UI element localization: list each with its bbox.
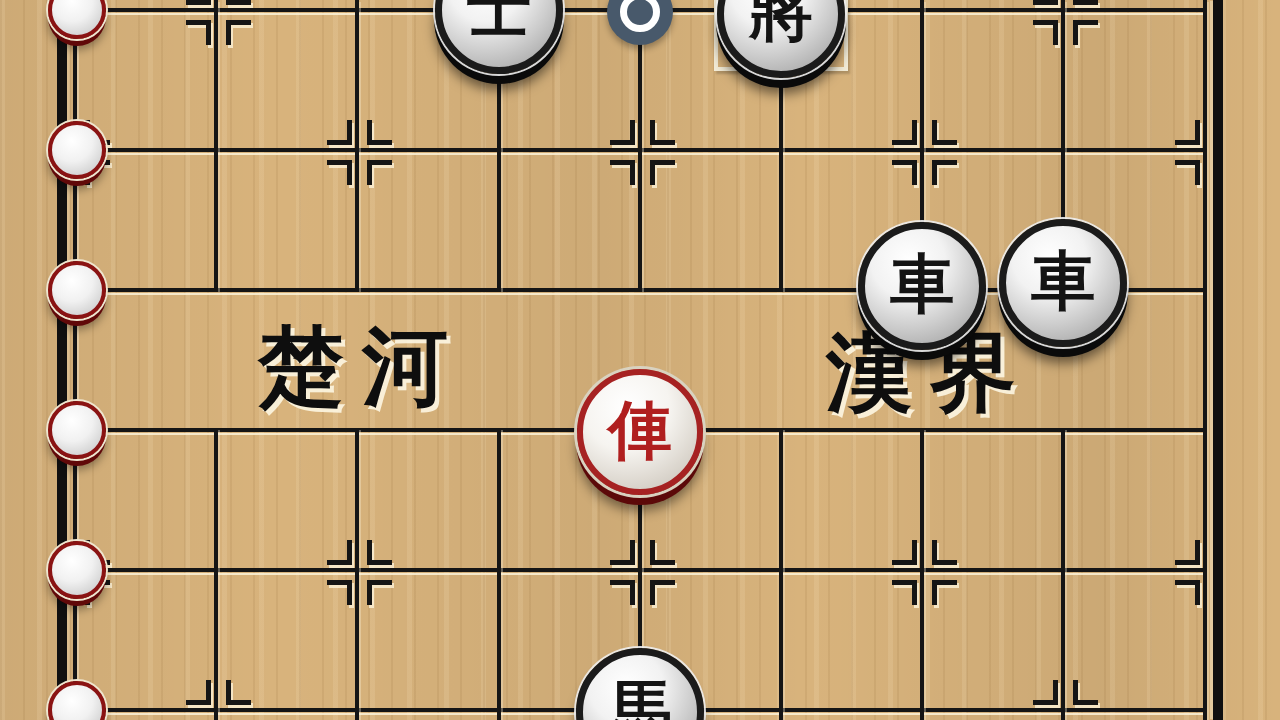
- star-point-arm: [1175, 580, 1200, 605]
- decorative-bead: [48, 261, 106, 319]
- piece-character: 馬: [608, 678, 672, 720]
- star-point-arm: [892, 580, 917, 605]
- star-point-arm: [650, 580, 675, 605]
- move-indicator-dot[interactable]: [607, 0, 673, 45]
- decorative-bead: [48, 121, 106, 179]
- piece-black-chariot[interactable]: 車: [999, 219, 1127, 347]
- star-point-arm: [892, 160, 917, 185]
- piece-red-chariot[interactable]: 俥: [577, 369, 703, 495]
- star-point-arm: [610, 160, 635, 185]
- star-point-arm: [367, 120, 392, 145]
- star-point-arm: [932, 580, 957, 605]
- file-line: [355, 0, 359, 292]
- piece-character: 將: [749, 0, 813, 44]
- decorative-bead: [48, 401, 106, 459]
- star-point-arm: [892, 540, 917, 565]
- star-point-arm: [650, 160, 675, 185]
- file-line: [214, 428, 218, 720]
- river-label-chu-he: 楚河: [258, 323, 466, 409]
- star-point-arm: [226, 680, 251, 705]
- star-point-arm: [610, 580, 635, 605]
- star-point-arm: [1033, 20, 1058, 45]
- star-point-arm: [1033, 680, 1058, 705]
- star-point-arm: [327, 540, 352, 565]
- file-line: [497, 428, 501, 720]
- star-point-arm: [1073, 20, 1098, 45]
- file-line: [73, 0, 77, 720]
- star-point-arm: [610, 540, 635, 565]
- star-point-arm: [1033, 0, 1058, 5]
- decorative-bead: [48, 541, 106, 599]
- file-line: [920, 428, 924, 720]
- star-point-arm: [1175, 540, 1200, 565]
- star-point-arm: [226, 20, 251, 45]
- piece-black-horse[interactable]: 馬: [576, 648, 704, 720]
- star-point-arm: [327, 160, 352, 185]
- board-right-border: [1213, 0, 1223, 720]
- piece-character: 車: [890, 252, 954, 316]
- star-point-arm: [226, 0, 251, 5]
- file-line: [1061, 428, 1065, 720]
- star-point-arm: [367, 580, 392, 605]
- star-point-arm: [1175, 160, 1200, 185]
- star-point-arm: [327, 120, 352, 145]
- star-point-arm: [932, 160, 957, 185]
- star-point-arm: [610, 120, 635, 145]
- file-line: [779, 428, 783, 720]
- file-line: [214, 0, 218, 292]
- star-point-arm: [327, 580, 352, 605]
- piece-black-advisor[interactable]: 士: [435, 0, 563, 74]
- piece-character: 士: [467, 0, 531, 40]
- star-point-arm: [650, 540, 675, 565]
- star-point-arm: [186, 680, 211, 705]
- star-point-arm: [650, 120, 675, 145]
- star-point-arm: [892, 120, 917, 145]
- star-point-arm: [186, 0, 211, 5]
- star-point-arm: [367, 160, 392, 185]
- star-point-arm: [186, 20, 211, 45]
- file-line: [355, 428, 359, 720]
- star-point-arm: [932, 120, 957, 145]
- board-left-border: [57, 0, 67, 720]
- piece-black-chariot[interactable]: 車: [858, 222, 986, 350]
- file-line: [1203, 0, 1207, 720]
- star-point-arm: [932, 540, 957, 565]
- star-point-arm: [1073, 0, 1098, 5]
- star-point-arm: [1175, 120, 1200, 145]
- star-point-arm: [367, 540, 392, 565]
- star-point-arm: [1073, 680, 1098, 705]
- piece-character: 俥: [608, 398, 672, 462]
- xiangqi-board[interactable]: 楚河 漢界 士將車車俥馬: [0, 0, 1280, 720]
- piece-character: 車: [1031, 249, 1095, 313]
